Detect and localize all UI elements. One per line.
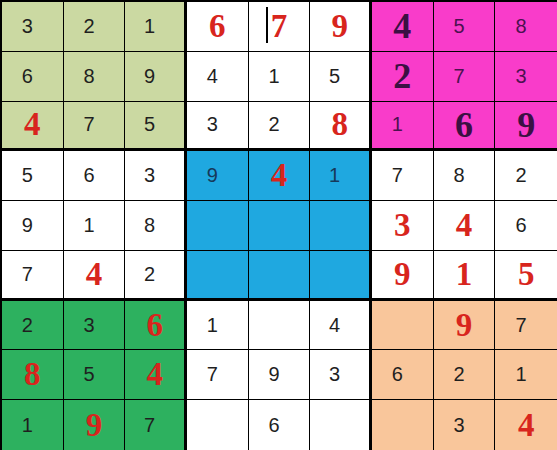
cell-value: 4 [24, 108, 41, 141]
cell-value: 1 [329, 164, 340, 187]
cell-value: 6 [209, 10, 226, 43]
cell-r8c2[interactable]: 5 [64, 350, 126, 400]
cell-r9c6[interactable] [310, 400, 372, 450]
cell-r6c2[interactable]: 4 [64, 251, 126, 301]
cell-value: 3 [329, 363, 340, 386]
cell-value: 5 [144, 113, 155, 136]
cell-r4c7[interactable]: 7 [372, 151, 434, 201]
cell-r7c6[interactable]: 4 [310, 301, 372, 351]
cell-value: 5 [329, 65, 340, 88]
cell-r9c4[interactable] [187, 400, 249, 450]
cell-value: 1 [22, 414, 33, 437]
cell-value: 7 [207, 363, 218, 386]
cell-r7c4[interactable]: 1 [187, 301, 249, 351]
cell-r8c5[interactable]: 9 [249, 350, 311, 400]
cell-r2c7[interactable]: 2 [372, 52, 434, 102]
cell-value: 4 [456, 209, 473, 242]
cell-value: 4 [329, 314, 340, 337]
cell-value: 4 [518, 409, 535, 442]
cell-value: 7 [392, 164, 403, 187]
cell-value: 9 [22, 214, 33, 237]
cell-r7c9[interactable]: 7 [495, 301, 557, 351]
cell-r1c5[interactable]: 7 [249, 2, 311, 52]
cell-value: 6 [146, 309, 163, 342]
cell-r1c1[interactable]: 3 [2, 2, 64, 52]
cell-value: 5 [83, 363, 94, 386]
cell-value: 2 [393, 58, 411, 94]
cell-value: 6 [22, 65, 33, 88]
cell-r5c7[interactable]: 3 [372, 201, 434, 251]
cell-r2c3[interactable]: 9 [125, 52, 187, 102]
cell-r3c2[interactable]: 7 [64, 102, 126, 152]
cell-value: 4 [146, 358, 163, 391]
cell-value: 7 [453, 65, 464, 88]
cell-r4c3[interactable]: 3 [125, 151, 187, 201]
cell-value: 8 [144, 214, 155, 237]
cell-r7c2[interactable]: 3 [64, 301, 126, 351]
cell-r5c3[interactable]: 8 [125, 201, 187, 251]
cell-value: 6 [268, 414, 279, 437]
cell-r6c8[interactable]: 1 [434, 251, 496, 301]
cell-r2c4[interactable]: 4 [187, 52, 249, 102]
cell-r7c8[interactable]: 9 [434, 301, 496, 351]
cell-value: 2 [516, 164, 527, 187]
cell-r6c9[interactable]: 5 [495, 251, 557, 301]
cell-value: 7 [83, 113, 94, 136]
cell-value: 5 [22, 164, 33, 187]
cell-r5c4[interactable] [187, 201, 249, 251]
cell-value: 3 [83, 314, 94, 337]
cell-r9c9[interactable]: 4 [495, 400, 557, 450]
cell-value: 6 [455, 107, 473, 143]
cell-r4c9[interactable]: 2 [495, 151, 557, 201]
cell-value: 7 [516, 314, 527, 337]
cell-value: 2 [144, 263, 155, 286]
cell-r2c2[interactable]: 8 [64, 52, 126, 102]
cell-value: 6 [83, 164, 94, 187]
cell-r5c8[interactable]: 4 [434, 201, 496, 251]
cell-value: 9 [394, 258, 411, 291]
cell-r7c1[interactable]: 2 [2, 301, 64, 351]
cell-value: 3 [144, 164, 155, 187]
cell-value: 8 [516, 15, 527, 38]
cell-value: 3 [516, 65, 527, 88]
cell-r5c1[interactable]: 9 [2, 201, 64, 251]
cell-r3c7[interactable]: 1 [372, 102, 434, 152]
cell-value: 3 [22, 15, 33, 38]
cell-r3c9[interactable]: 9 [495, 102, 557, 152]
cell-r4c5[interactable]: 4 [249, 151, 311, 201]
cell-value: 2 [22, 314, 33, 337]
cell-value: 9 [517, 107, 535, 143]
cell-r5c6[interactable] [310, 201, 372, 251]
cell-value: 3 [207, 113, 218, 136]
cell-r1c6[interactable]: 9 [310, 2, 372, 52]
cell-value: 1 [83, 214, 94, 237]
cell-r2c6[interactable]: 5 [310, 52, 372, 102]
cell-value: 8 [83, 65, 94, 88]
cell-r4c2[interactable]: 6 [64, 151, 126, 201]
cell-value: 1 [144, 15, 155, 38]
cell-value: 5 [453, 15, 464, 38]
cell-r5c5[interactable] [249, 201, 311, 251]
cell-value: 8 [331, 108, 348, 141]
cell-value: 7 [271, 10, 288, 43]
cell-r9c2[interactable]: 9 [64, 400, 126, 450]
cell-r2c1[interactable]: 6 [2, 52, 64, 102]
cell-r3c8[interactable]: 6 [434, 102, 496, 152]
cell-r5c2[interactable]: 1 [64, 201, 126, 251]
cell-value: 4 [271, 159, 288, 192]
cell-r2c5[interactable]: 1 [249, 52, 311, 102]
cell-value: 1 [207, 314, 218, 337]
cell-r4c1[interactable]: 5 [2, 151, 64, 201]
cell-r8c6[interactable]: 3 [310, 350, 372, 400]
cell-r3c3[interactable]: 5 [125, 102, 187, 152]
cell-r1c4[interactable]: 6 [187, 2, 249, 52]
cell-value: 6 [516, 214, 527, 237]
cell-r1c9[interactable]: 8 [495, 2, 557, 52]
cell-r4c6[interactable]: 1 [310, 151, 372, 201]
cell-value: 1 [392, 113, 403, 136]
cell-value: 2 [83, 15, 94, 38]
cell-r3c5[interactable]: 2 [249, 102, 311, 152]
cell-value: 9 [144, 65, 155, 88]
cell-r8c4[interactable]: 7 [187, 350, 249, 400]
cell-r9c1[interactable]: 1 [2, 400, 64, 450]
cell-value: 8 [24, 358, 41, 391]
cell-value: 2 [453, 363, 464, 386]
cell-value: 1 [268, 65, 279, 88]
cell-r2c8[interactable]: 7 [434, 52, 496, 102]
cell-r5c9[interactable]: 6 [495, 201, 557, 251]
cell-value: 2 [268, 113, 279, 136]
cell-r6c5[interactable] [249, 251, 311, 301]
cell-value: 4 [207, 65, 218, 88]
cell-value: 3 [394, 209, 411, 242]
cell-r3c6[interactable]: 8 [310, 102, 372, 152]
cell-r2c9[interactable]: 3 [495, 52, 557, 102]
cell-r7c3[interactable]: 6 [125, 301, 187, 351]
cell-r6c4[interactable] [187, 251, 249, 301]
cell-value: 9 [268, 363, 279, 386]
cell-r3c4[interactable]: 3 [187, 102, 249, 152]
cell-value: 9 [86, 409, 103, 442]
cell-r8c7[interactable]: 6 [372, 350, 434, 400]
cell-r1c7[interactable]: 4 [372, 2, 434, 52]
cell-r7c5[interactable] [249, 301, 311, 351]
text-caret [266, 7, 268, 43]
cell-r8c1[interactable]: 8 [2, 350, 64, 400]
cell-r9c3[interactable]: 7 [125, 400, 187, 450]
cell-value: 4 [86, 258, 103, 291]
cell-value: 4 [393, 8, 411, 44]
cell-value: 1 [516, 363, 527, 386]
cell-value: 6 [392, 363, 403, 386]
cell-r8c9[interactable]: 1 [495, 350, 557, 400]
cell-r4c8[interactable]: 8 [434, 151, 496, 201]
cell-r1c3[interactable]: 1 [125, 2, 187, 52]
cell-r3c1[interactable]: 4 [2, 102, 64, 152]
sudoku-board: 3216794586894152734753281695639417829183… [0, 0, 557, 450]
cell-value: 5 [518, 258, 535, 291]
cell-value: 3 [453, 414, 464, 437]
cell-r7c7[interactable] [372, 301, 434, 351]
cell-value: 1 [456, 258, 473, 291]
cell-r6c3[interactable]: 2 [125, 251, 187, 301]
cell-value: 9 [456, 309, 473, 342]
cell-r1c8[interactable]: 5 [434, 2, 496, 52]
cell-r6c6[interactable] [310, 251, 372, 301]
cell-value: 9 [207, 164, 218, 187]
cell-value: 7 [144, 414, 155, 437]
cell-value: 8 [453, 164, 464, 187]
cell-r9c7[interactable] [372, 400, 434, 450]
cell-value: 7 [22, 263, 33, 286]
cell-r9c8[interactable]: 3 [434, 400, 496, 450]
cell-r9c5[interactable]: 6 [249, 400, 311, 450]
cell-r1c2[interactable]: 2 [64, 2, 126, 52]
cell-r6c7[interactable]: 9 [372, 251, 434, 301]
cell-r8c3[interactable]: 4 [125, 350, 187, 400]
cell-r4c4[interactable]: 9 [187, 151, 249, 201]
cell-r6c1[interactable]: 7 [2, 251, 64, 301]
cell-r8c8[interactable]: 2 [434, 350, 496, 400]
cell-value: 9 [331, 10, 348, 43]
